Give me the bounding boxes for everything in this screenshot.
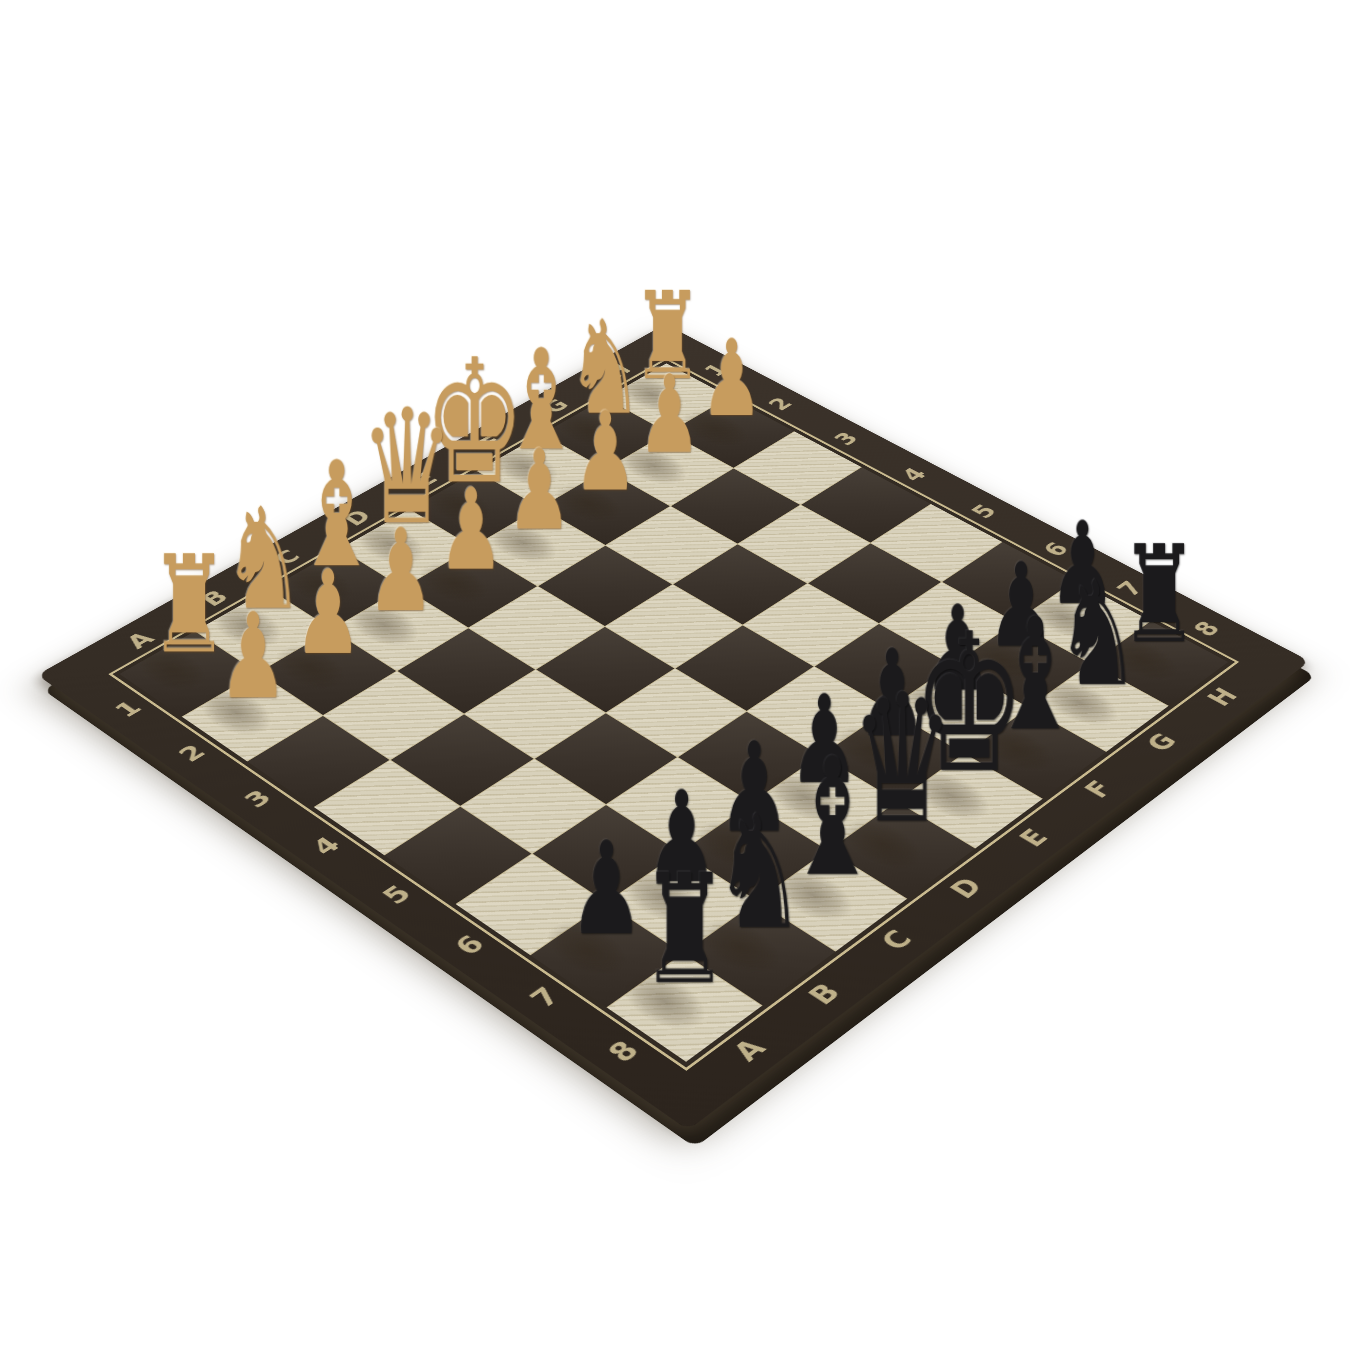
white-king-glyph: ♚ — [424, 337, 525, 508]
piece-white-king-e1[interactable]: ♚ — [395, 308, 555, 507]
square-d3[interactable] — [469, 586, 604, 669]
photo-scene: Angled photo of a dark folding wooden ch… — [0, 0, 1350, 1350]
square-e1[interactable] — [410, 471, 539, 546]
piece-white-pawn-a2[interactable]: ♟ — [166, 500, 339, 716]
white-pawn-glyph: ♟ — [700, 326, 763, 432]
file-label-upper-left-g: G — [527, 390, 583, 421]
piece-shadow-g1 — [544, 405, 634, 456]
white-knight-glyph: ♞ — [567, 303, 644, 433]
square-g2[interactable] — [606, 433, 733, 506]
square-g1[interactable] — [542, 398, 667, 469]
piece-white-pawn-h2[interactable]: ♟ — [654, 238, 809, 431]
square-f1[interactable] — [477, 434, 604, 507]
piece-shadow-e1 — [412, 478, 504, 532]
rank-label-upper-right-2: 2 — [752, 388, 808, 419]
rank-label-upper-right-1: 1 — [688, 355, 743, 385]
square-d2[interactable] — [404, 547, 537, 627]
square-e2[interactable] — [473, 508, 604, 586]
piece-shadow-d2 — [407, 555, 502, 612]
piece-white-pawn-f2[interactable]: ♟ — [525, 307, 685, 506]
piece-black-rook-a8[interactable]: ♜ — [589, 767, 780, 1006]
square-f2[interactable] — [541, 470, 670, 545]
piece-white-bishop-f1[interactable]: ♝ — [462, 273, 620, 469]
white-pawn-glyph: ♟ — [573, 397, 638, 506]
white-pawn-glyph: ♟ — [506, 435, 572, 546]
chess-board: AA11BB22CC33DD44EE55FF66GG77HH88♜♞♝♛♚♝♞♜… — [37, 324, 1310, 1130]
rank-label-upper-right-4: 4 — [885, 458, 943, 491]
black-rook-glyph: ♜ — [640, 855, 729, 1006]
white-rook-glyph: ♜ — [632, 276, 703, 397]
piece-white-pawn-e2[interactable]: ♟ — [458, 343, 620, 545]
piece-white-pawn-d2[interactable]: ♟ — [389, 380, 554, 586]
piece-shadow-f2 — [542, 477, 635, 531]
piece-white-rook-h1[interactable]: ♜ — [591, 206, 744, 397]
file-label-upper-left-f: F — [463, 426, 520, 458]
piece-white-knight-g1[interactable]: ♞ — [528, 239, 683, 433]
square-h1[interactable] — [606, 363, 730, 432]
rank-label-upper-right-8: 8 — [1176, 610, 1237, 647]
white-pawn-glyph: ♟ — [638, 361, 702, 468]
square-h3[interactable] — [734, 432, 861, 505]
rank-label-upper-right-3: 3 — [817, 422, 874, 454]
square-g3[interactable] — [671, 469, 800, 544]
piece-shadow-f1 — [479, 441, 570, 493]
piece-shadow-e2 — [476, 515, 570, 571]
piece-white-pawn-g2[interactable]: ♟ — [591, 272, 748, 468]
file-label-upper-left-h: H — [590, 356, 645, 387]
square-e3[interactable] — [539, 546, 672, 626]
piece-shadow-h2 — [670, 404, 761, 455]
piece-shadow-h1 — [607, 370, 696, 419]
white-pawn-glyph: ♟ — [438, 474, 505, 587]
piece-shadow-g2 — [607, 440, 699, 492]
perspective-wrapper: AA11BB22CC33DD44EE55FF66GG77HH88♜♞♝♛♚♝♞♜… — [0, 0, 1350, 1350]
square-f3[interactable] — [606, 507, 737, 585]
file-label-lower-right-h: H — [1190, 677, 1253, 716]
white-bishop-glyph: ♝ — [500, 331, 582, 470]
square-h2[interactable] — [669, 397, 794, 468]
white-pawn-glyph: ♟ — [218, 597, 288, 715]
